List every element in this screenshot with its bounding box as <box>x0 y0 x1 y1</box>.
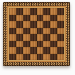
square-c1[interactable] <box>23 54 30 61</box>
border-band <box>7 6 66 62</box>
square-a1[interactable] <box>9 54 16 61</box>
square-f1[interactable] <box>43 54 50 61</box>
square-d1[interactable] <box>30 54 37 61</box>
square-e1[interactable] <box>37 54 44 61</box>
square-h1[interactable] <box>57 54 64 61</box>
board-grid <box>8 7 65 61</box>
photo-background <box>0 0 75 75</box>
square-b1[interactable] <box>16 54 23 61</box>
chessboard <box>3 2 70 66</box>
square-g1[interactable] <box>50 54 57 61</box>
